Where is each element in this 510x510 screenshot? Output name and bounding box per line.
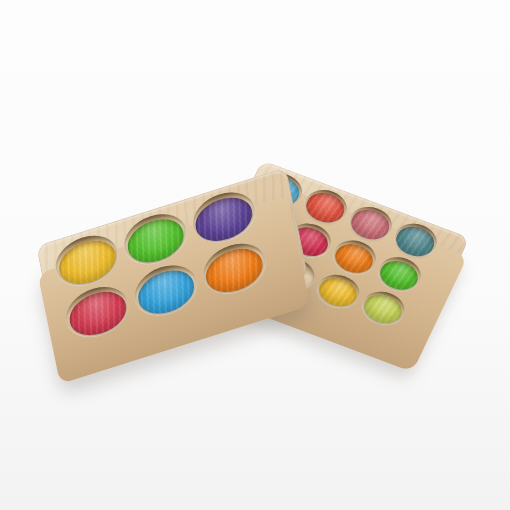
photo-background bbox=[0, 0, 510, 510]
front-tray-grid bbox=[36, 167, 308, 356]
disc-lime-green[interactable] bbox=[359, 289, 408, 328]
front-sorting-tray bbox=[36, 167, 308, 356]
disc-blue[interactable] bbox=[134, 263, 198, 320]
disc-yellow[interactable] bbox=[314, 272, 363, 311]
disc-orange[interactable] bbox=[202, 241, 266, 298]
disc-red[interactable] bbox=[66, 285, 130, 342]
